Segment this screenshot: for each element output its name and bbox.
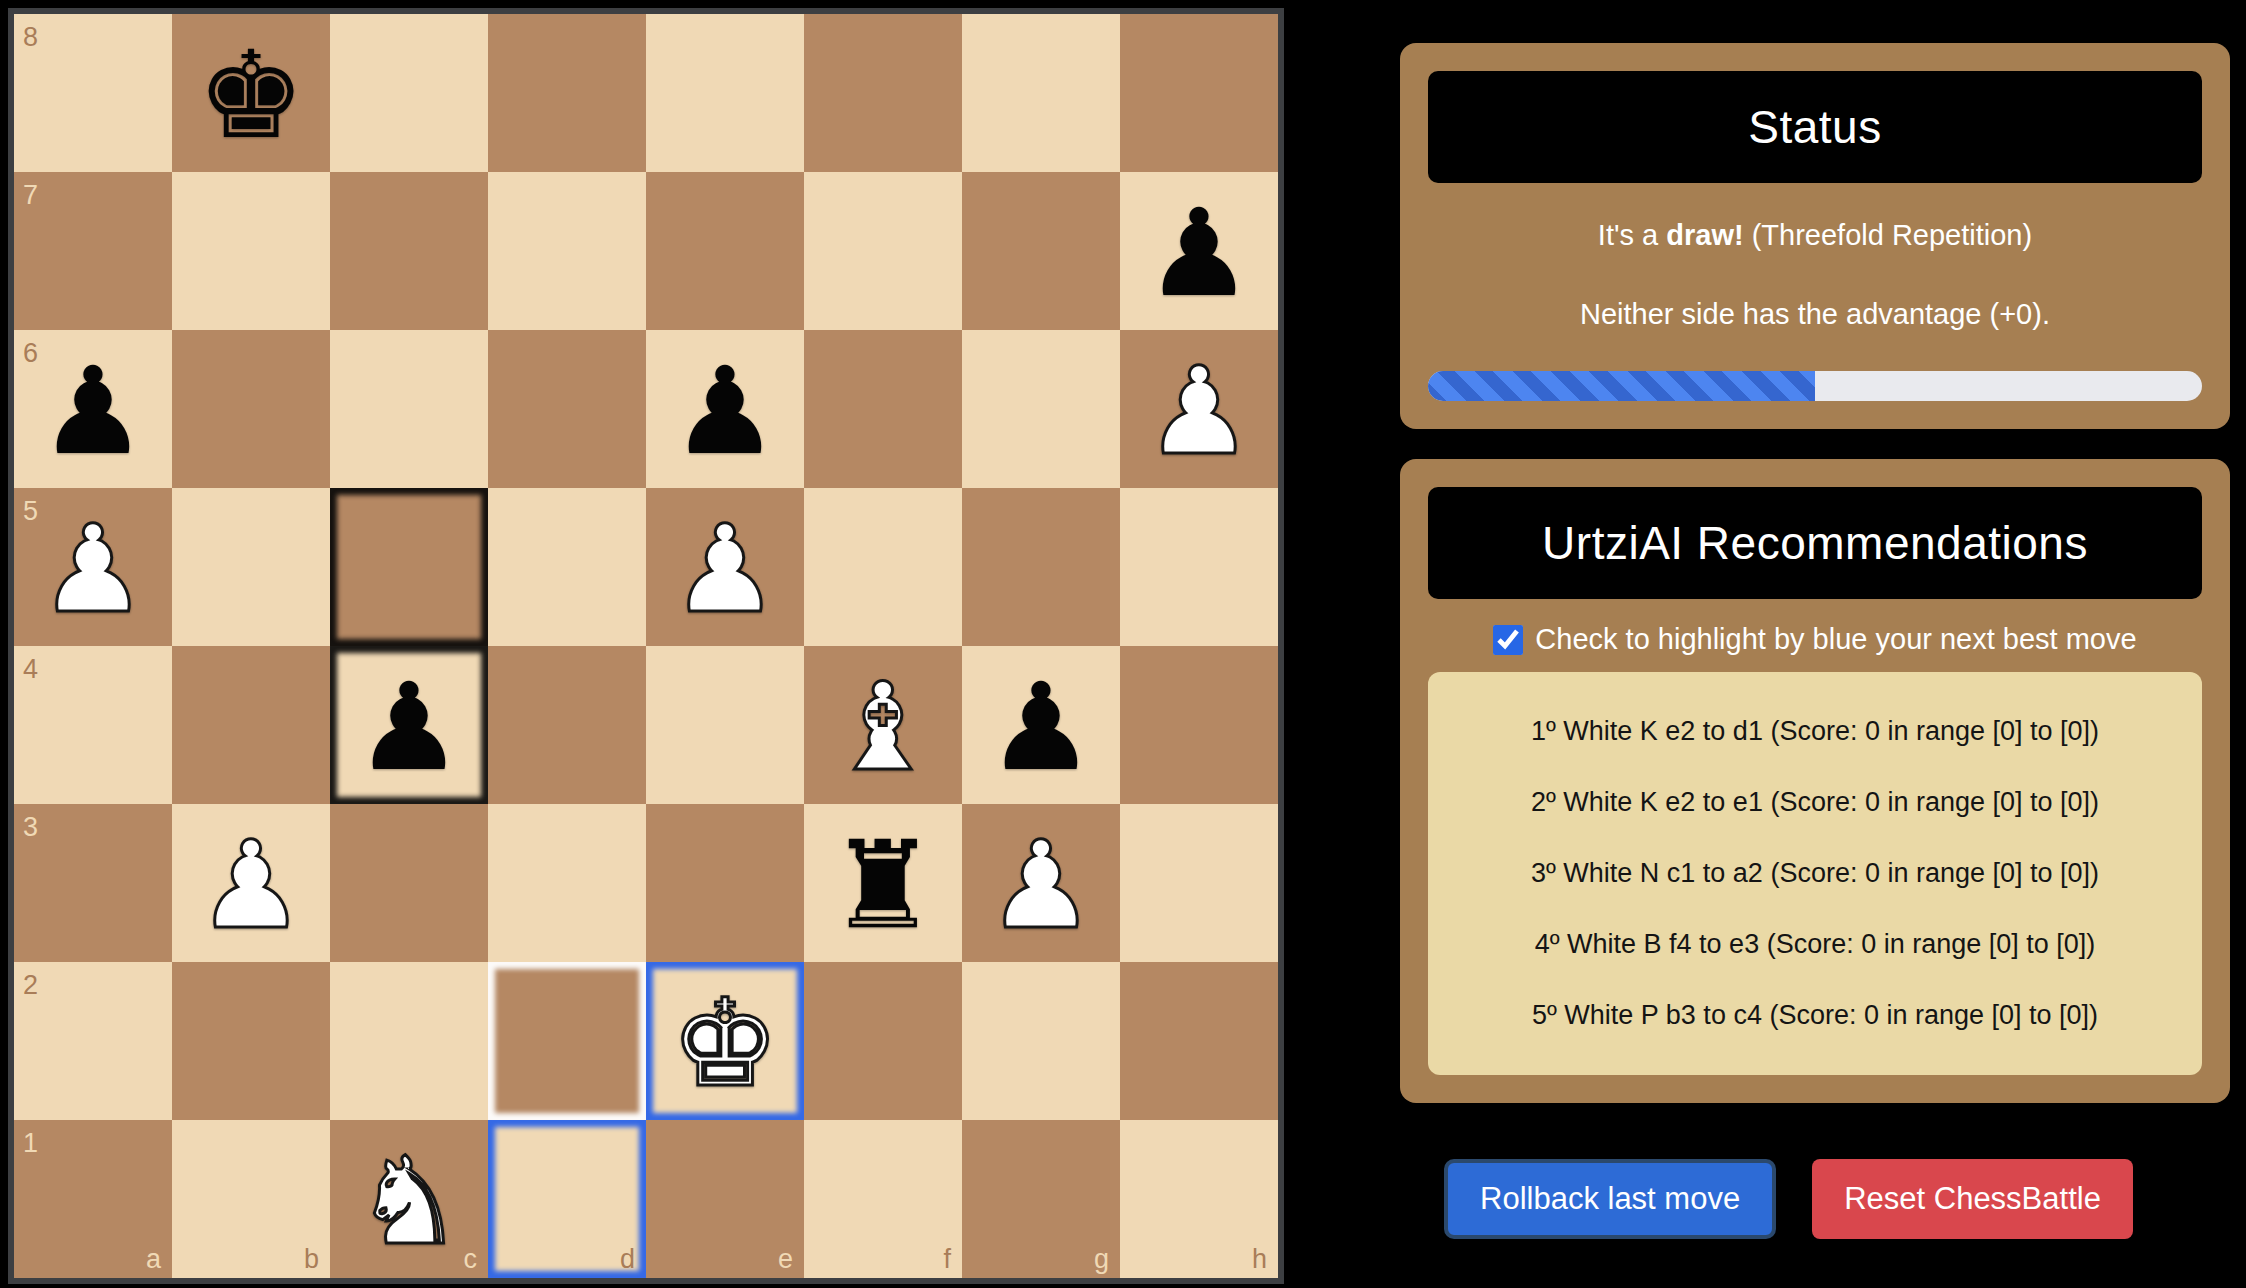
- rank-label-5: 5: [23, 498, 38, 525]
- square-b8[interactable]: ♚: [172, 14, 330, 172]
- square-g2[interactable]: [962, 962, 1120, 1120]
- black-rook-f3[interactable]: ♜: [829, 825, 937, 946]
- square-e7[interactable]: [646, 172, 804, 330]
- square-c6[interactable]: [330, 330, 488, 488]
- file-label-c: c: [464, 1246, 478, 1273]
- square-h6[interactable]: ♟: [1120, 330, 1278, 488]
- black-pawn-g4[interactable]: ♟: [987, 667, 1095, 788]
- file-label-b: b: [304, 1246, 319, 1273]
- rank-label-7: 7: [23, 182, 38, 209]
- rollback-button[interactable]: Rollback last move: [1444, 1159, 1776, 1239]
- action-buttons: Rollback last move Reset ChessBattle: [1444, 1159, 2230, 1239]
- square-g4[interactable]: ♟: [962, 646, 1120, 804]
- recommendation-item: 3º White N c1 to a2 (Score: 0 in range […: [1440, 838, 2190, 909]
- status-header: Status: [1428, 71, 2202, 183]
- recommendation-item: 2º White K e2 to e1 (Score: 0 in range […: [1440, 767, 2190, 838]
- square-h8[interactable]: [1120, 14, 1278, 172]
- square-f1[interactable]: f: [804, 1120, 962, 1278]
- black-pawn-c4[interactable]: ♟: [355, 667, 463, 788]
- square-f4[interactable]: ♝: [804, 646, 962, 804]
- square-h1[interactable]: h: [1120, 1120, 1278, 1278]
- recommendations-panel: UrtziAI Recommendations Check to highlig…: [1400, 459, 2230, 1103]
- advantage-progress-track: [1428, 371, 2202, 401]
- square-e4[interactable]: [646, 646, 804, 804]
- square-h2[interactable]: [1120, 962, 1278, 1120]
- square-c8[interactable]: [330, 14, 488, 172]
- file-label-a: a: [146, 1246, 161, 1273]
- white-knight-c1[interactable]: ♞: [355, 1141, 463, 1262]
- square-d7[interactable]: [488, 172, 646, 330]
- advantage-progress-fill: [1428, 371, 1815, 401]
- recommendation-item: 5º White P b3 to c4 (Score: 0 in range […: [1440, 980, 2190, 1051]
- white-pawn-h6[interactable]: ♟: [1145, 351, 1253, 472]
- square-b1[interactable]: b: [172, 1120, 330, 1278]
- side-panel: Status It's a draw! (Threefold Repetitio…: [1400, 0, 2230, 1239]
- black-pawn-e6[interactable]: ♟: [671, 351, 779, 472]
- square-c4[interactable]: ♟: [330, 646, 488, 804]
- square-h7[interactable]: ♟: [1120, 172, 1278, 330]
- square-d5[interactable]: [488, 488, 646, 646]
- white-pawn-e5[interactable]: ♟: [671, 509, 779, 630]
- file-label-f: f: [943, 1246, 951, 1273]
- rank-label-4: 4: [23, 656, 38, 683]
- white-pawn-b3[interactable]: ♟: [197, 825, 305, 946]
- square-d8[interactable]: [488, 14, 646, 172]
- square-a3[interactable]: 3: [14, 804, 172, 962]
- recommendations-header: UrtziAI Recommendations: [1428, 487, 2202, 599]
- reset-button[interactable]: Reset ChessBattle: [1812, 1159, 2133, 1239]
- square-f2[interactable]: [804, 962, 962, 1120]
- recommendation-item: 4º White B f4 to e3 (Score: 0 in range […: [1440, 909, 2190, 980]
- file-label-h: h: [1252, 1246, 1267, 1273]
- square-e1[interactable]: e: [646, 1120, 804, 1278]
- square-d2[interactable]: [488, 962, 646, 1120]
- file-label-d: d: [620, 1246, 635, 1273]
- recommendations-list: 1º White K e2 to d1 (Score: 0 in range […: [1428, 672, 2202, 1075]
- square-g6[interactable]: [962, 330, 1120, 488]
- square-d1[interactable]: d: [488, 1120, 646, 1278]
- status-panel: Status It's a draw! (Threefold Repetitio…: [1400, 43, 2230, 429]
- square-f7[interactable]: [804, 172, 962, 330]
- square-h3[interactable]: [1120, 804, 1278, 962]
- square-g5[interactable]: [962, 488, 1120, 646]
- recommendations-title: UrtziAI Recommendations: [1542, 516, 2088, 570]
- square-e2[interactable]: ♚: [646, 962, 804, 1120]
- square-d6[interactable]: [488, 330, 646, 488]
- white-pawn-g3[interactable]: ♟: [987, 825, 1095, 946]
- white-pawn-a5[interactable]: ♟: [39, 509, 147, 630]
- square-a6[interactable]: 6♟: [14, 330, 172, 488]
- square-a4[interactable]: 4: [14, 646, 172, 804]
- square-b5[interactable]: [172, 488, 330, 646]
- rank-label-3: 3: [23, 814, 38, 841]
- rank-label-6: 6: [23, 340, 38, 367]
- black-king-b8[interactable]: ♚: [197, 35, 305, 156]
- square-a1[interactable]: 1a: [14, 1120, 172, 1278]
- square-e3[interactable]: [646, 804, 804, 962]
- square-f5[interactable]: [804, 488, 962, 646]
- status-title: Status: [1748, 100, 1881, 154]
- square-c5[interactable]: [330, 488, 488, 646]
- square-e6[interactable]: ♟: [646, 330, 804, 488]
- square-d3[interactable]: [488, 804, 646, 962]
- file-label-g: g: [1094, 1246, 1109, 1273]
- square-g1[interactable]: g: [962, 1120, 1120, 1278]
- square-c3[interactable]: [330, 804, 488, 962]
- white-bishop-f4[interactable]: ♝: [829, 667, 937, 788]
- square-c2[interactable]: [330, 962, 488, 1120]
- square-f6[interactable]: [804, 330, 962, 488]
- square-b7[interactable]: [172, 172, 330, 330]
- square-d4[interactable]: [488, 646, 646, 804]
- square-a7[interactable]: 7: [14, 172, 172, 330]
- square-c7[interactable]: [330, 172, 488, 330]
- black-pawn-h7[interactable]: ♟: [1145, 193, 1253, 314]
- highlight-checkbox-row[interactable]: Check to highlight by blue your next bes…: [1428, 623, 2202, 656]
- square-f3[interactable]: ♜: [804, 804, 962, 962]
- square-b4[interactable]: [172, 646, 330, 804]
- square-g7[interactable]: [962, 172, 1120, 330]
- square-h4[interactable]: [1120, 646, 1278, 804]
- square-a8[interactable]: 8: [14, 14, 172, 172]
- rank-label-8: 8: [23, 24, 38, 51]
- square-e8[interactable]: [646, 14, 804, 172]
- chess-board: 8♚7♟6♟♟♟5♟♟4♟♝♟3♟♜♟2♚1abc♞defgh: [8, 8, 1284, 1284]
- rank-label-2: 2: [23, 972, 38, 999]
- square-f8[interactable]: [804, 14, 962, 172]
- status-result-text: It's a draw! (Threefold Repetition): [1428, 219, 2202, 252]
- status-advantage-text: Neither side has the advantage (+0).: [1428, 298, 2202, 331]
- rank-label-1: 1: [23, 1130, 38, 1157]
- square-e5[interactable]: ♟: [646, 488, 804, 646]
- file-label-e: e: [778, 1246, 793, 1273]
- square-b3[interactable]: ♟: [172, 804, 330, 962]
- square-b6[interactable]: [172, 330, 330, 488]
- white-king-e2[interactable]: ♚: [671, 983, 779, 1104]
- square-h5[interactable]: [1120, 488, 1278, 646]
- recommendation-item: 1º White K e2 to d1 (Score: 0 in range […: [1440, 696, 2190, 767]
- highlight-checkbox[interactable]: [1493, 625, 1523, 655]
- black-pawn-a6[interactable]: ♟: [39, 351, 147, 472]
- square-a5[interactable]: 5♟: [14, 488, 172, 646]
- square-a2[interactable]: 2: [14, 962, 172, 1120]
- square-g8[interactable]: [962, 14, 1120, 172]
- square-c1[interactable]: c♞: [330, 1120, 488, 1278]
- highlight-checkbox-label: Check to highlight by blue your next bes…: [1535, 623, 2136, 656]
- square-g3[interactable]: ♟: [962, 804, 1120, 962]
- square-b2[interactable]: [172, 962, 330, 1120]
